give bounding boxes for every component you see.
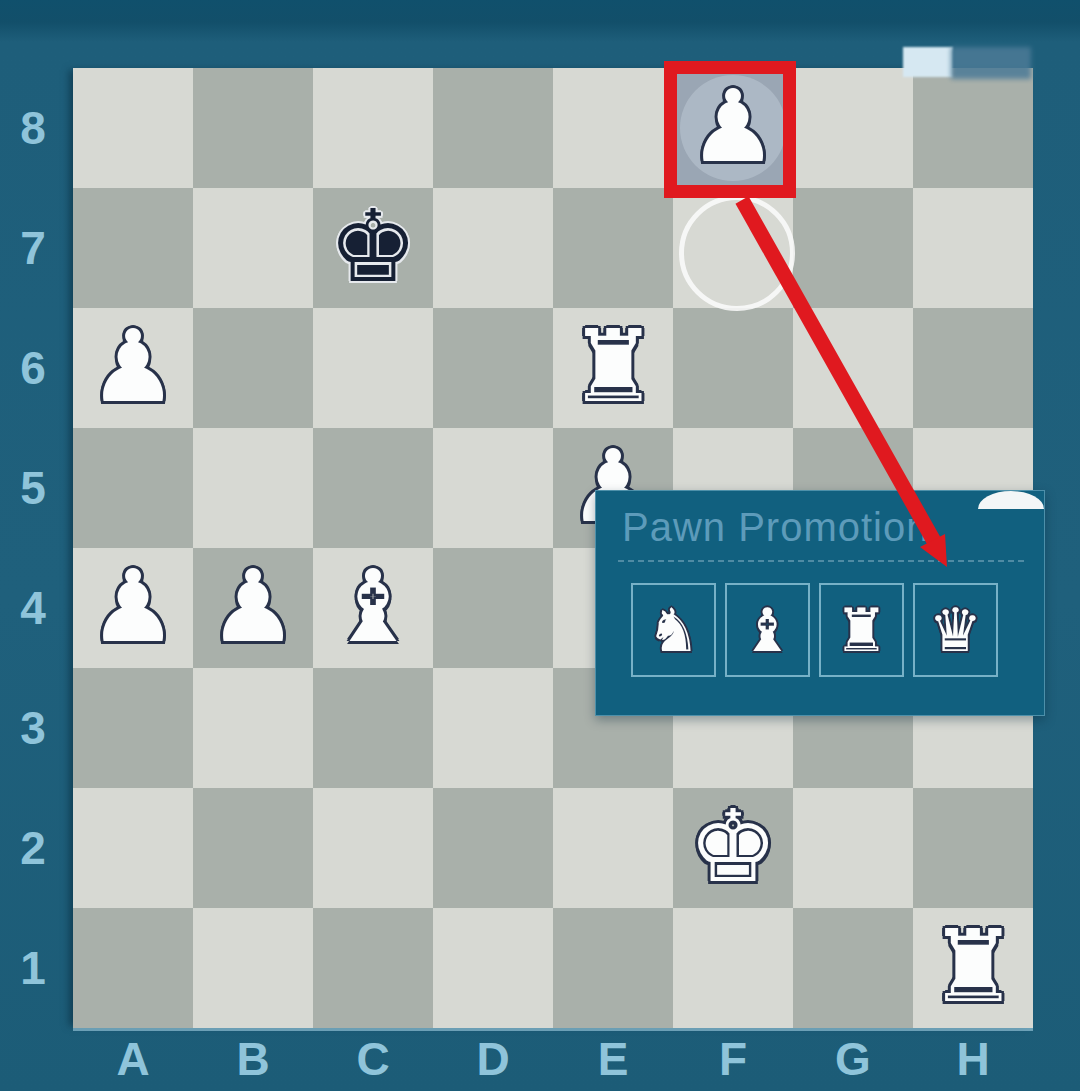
move-origin-ring-f7 — [679, 195, 795, 311]
pawn-promotion-dialog: Pawn Promotion ♞♝♜♛ — [595, 490, 1045, 716]
promotion-option-knight[interactable]: ♞ — [631, 583, 716, 677]
square-e1[interactable] — [553, 908, 673, 1028]
piece-white-pawn-a4[interactable]: ♟ — [73, 548, 193, 668]
square-a4[interactable]: ♟ — [73, 548, 193, 668]
square-d4[interactable] — [433, 548, 553, 668]
rank-label-6: 6 — [0, 308, 66, 428]
square-d8[interactable] — [433, 68, 553, 188]
knight-icon: ♞ — [647, 585, 701, 675]
piece-white-rook-e6[interactable]: ♜ — [553, 308, 673, 428]
square-b1[interactable] — [193, 908, 313, 1028]
square-a5[interactable] — [73, 428, 193, 548]
file-label-H: H — [913, 1030, 1033, 1088]
square-e6[interactable]: ♜ — [553, 308, 673, 428]
square-h7[interactable] — [913, 188, 1033, 308]
square-c6[interactable] — [313, 308, 433, 428]
file-label-A: A — [73, 1030, 193, 1088]
promotion-option-rook[interactable]: ♜ — [819, 583, 904, 677]
square-a2[interactable] — [73, 788, 193, 908]
chess-app-screen: ♟♚♟♜♟♟♟♝♚♜ 87654321 ABCDEFGH Pawn Promot… — [0, 0, 1080, 1091]
rank-label-2: 2 — [0, 788, 66, 908]
pawn-promotion-title: Pawn Promotion — [622, 505, 1044, 550]
square-c4[interactable]: ♝ — [313, 548, 433, 668]
rank-label-4: 4 — [0, 548, 66, 668]
square-c8[interactable] — [313, 68, 433, 188]
square-f6[interactable] — [673, 308, 793, 428]
file-label-B: B — [193, 1030, 313, 1088]
square-a3[interactable] — [73, 668, 193, 788]
square-c5[interactable] — [313, 428, 433, 548]
square-c2[interactable] — [313, 788, 433, 908]
square-c3[interactable] — [313, 668, 433, 788]
square-b5[interactable] — [193, 428, 313, 548]
file-label-D: D — [433, 1030, 553, 1088]
piece-white-king-f2[interactable]: ♚ — [673, 788, 793, 908]
bishop-icon: ♝ — [741, 585, 795, 675]
square-a8[interactable] — [73, 68, 193, 188]
square-b7[interactable] — [193, 188, 313, 308]
square-a7[interactable] — [73, 188, 193, 308]
queen-icon: ♛ — [929, 585, 983, 675]
file-label-G: G — [793, 1030, 913, 1088]
square-e2[interactable] — [553, 788, 673, 908]
square-d2[interactable] — [433, 788, 553, 908]
file-label-E: E — [553, 1030, 673, 1088]
rank-label-8: 8 — [0, 68, 66, 188]
square-h1[interactable]: ♜ — [913, 908, 1033, 1028]
rank-label-7: 7 — [0, 188, 66, 308]
dialog-divider — [618, 560, 1024, 562]
file-label-F: F — [673, 1030, 793, 1088]
square-e8[interactable] — [553, 68, 673, 188]
square-b6[interactable] — [193, 308, 313, 428]
square-g8[interactable] — [793, 68, 913, 188]
square-c1[interactable] — [313, 908, 433, 1028]
piece-white-bishop-c4[interactable]: ♝ — [313, 548, 433, 668]
square-a1[interactable] — [73, 908, 193, 1028]
square-b4[interactable]: ♟ — [193, 548, 313, 668]
blurred-watermark-dark — [951, 47, 1031, 79]
square-c7[interactable]: ♚ — [313, 188, 433, 308]
square-d7[interactable] — [433, 188, 553, 308]
square-f1[interactable] — [673, 908, 793, 1028]
promotion-option-bishop[interactable]: ♝ — [725, 583, 810, 677]
square-h2[interactable] — [913, 788, 1033, 908]
square-b2[interactable] — [193, 788, 313, 908]
square-e7[interactable] — [553, 188, 673, 308]
blurred-watermark-light — [903, 47, 953, 77]
rook-icon: ♜ — [835, 585, 889, 675]
square-a6[interactable]: ♟ — [73, 308, 193, 428]
square-g2[interactable] — [793, 788, 913, 908]
square-d5[interactable] — [433, 428, 553, 548]
piece-white-rook-h1[interactable]: ♜ — [913, 908, 1033, 1028]
square-g1[interactable] — [793, 908, 913, 1028]
square-d3[interactable] — [433, 668, 553, 788]
square-d1[interactable] — [433, 908, 553, 1028]
square-b3[interactable] — [193, 668, 313, 788]
square-h8[interactable] — [913, 68, 1033, 188]
highlighted-square-box-f8 — [664, 61, 796, 198]
piece-black-king-c7[interactable]: ♚ — [313, 188, 433, 308]
promotion-option-queen[interactable]: ♛ — [913, 583, 998, 677]
rank-label-3: 3 — [0, 668, 66, 788]
piece-white-pawn-a6[interactable]: ♟ — [73, 308, 193, 428]
square-g7[interactable] — [793, 188, 913, 308]
square-b8[interactable] — [193, 68, 313, 188]
square-f2[interactable]: ♚ — [673, 788, 793, 908]
piece-white-pawn-b4[interactable]: ♟ — [193, 548, 313, 668]
promotion-options: ♞♝♜♛ — [631, 583, 998, 677]
square-h6[interactable] — [913, 308, 1033, 428]
rank-label-1: 1 — [0, 908, 66, 1028]
file-label-C: C — [313, 1030, 433, 1088]
square-d6[interactable] — [433, 308, 553, 428]
square-g6[interactable] — [793, 308, 913, 428]
rank-label-5: 5 — [0, 428, 66, 548]
